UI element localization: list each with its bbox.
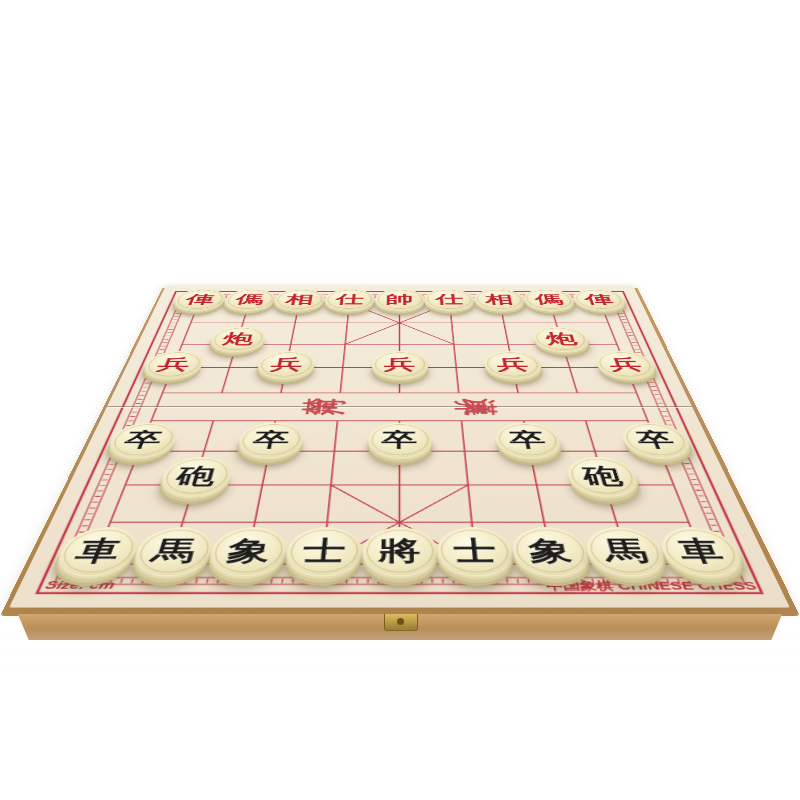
piece-red-soldier[interactable]: 兵 bbox=[371, 351, 428, 378]
piece-character: 卒 bbox=[251, 430, 291, 449]
piece-red-horse[interactable]: 傌 bbox=[522, 289, 578, 310]
piece-black-advisor[interactable]: 士 bbox=[283, 527, 362, 575]
piece-black-soldier[interactable]: 卒 bbox=[235, 423, 305, 457]
piece-black-chariot[interactable]: 車 bbox=[655, 527, 749, 575]
piece-character: 砲 bbox=[174, 465, 219, 487]
piece-character: 俥 bbox=[184, 293, 217, 305]
piece-character: 士 bbox=[453, 537, 498, 564]
piece-black-soldier[interactable]: 卒 bbox=[493, 423, 563, 457]
piece-character: 士 bbox=[302, 537, 347, 564]
piece-character: 象 bbox=[225, 537, 273, 564]
piece-character: 馬 bbox=[600, 537, 650, 564]
piece-character: 馬 bbox=[148, 537, 198, 564]
piece-character: 帥 bbox=[385, 293, 413, 305]
piece-red-chariot[interactable]: 俥 bbox=[171, 289, 229, 310]
piece-black-elephant[interactable]: 象 bbox=[509, 527, 593, 575]
piece-red-chariot[interactable]: 俥 bbox=[570, 289, 628, 310]
piece-red-elephant[interactable]: 相 bbox=[273, 289, 327, 310]
piece-red-soldier[interactable]: 兵 bbox=[592, 351, 659, 378]
piece-character: 卒 bbox=[381, 430, 417, 449]
piece-character: 象 bbox=[526, 537, 574, 564]
piece-black-horse[interactable]: 馬 bbox=[582, 527, 671, 575]
piece-red-soldier[interactable]: 兵 bbox=[482, 351, 543, 378]
piece-red-cannon[interactable]: 炮 bbox=[207, 327, 268, 351]
piece-character: 傌 bbox=[234, 293, 266, 305]
piece-character: 卒 bbox=[634, 430, 678, 449]
piece-black-advisor[interactable]: 士 bbox=[436, 527, 515, 575]
piece-character: 兵 bbox=[155, 357, 193, 372]
piece-character: 車 bbox=[674, 537, 727, 564]
piece-character: 相 bbox=[484, 293, 514, 305]
piece-character: 車 bbox=[72, 537, 125, 564]
piece-black-chariot[interactable]: 車 bbox=[51, 527, 145, 575]
piece-character: 兵 bbox=[269, 357, 304, 372]
piece-character: 炮 bbox=[221, 332, 255, 346]
piece-character: 俥 bbox=[583, 293, 616, 305]
pieces-layer: 俥傌相仕帥仕相傌俥炮炮兵兵兵兵兵卒卒卒卒卒砲砲車馬象士將士象馬車 bbox=[9, 286, 790, 608]
piece-character: 相 bbox=[285, 293, 315, 305]
piece-black-soldier[interactable]: 卒 bbox=[104, 423, 181, 457]
piece-red-soldier[interactable]: 兵 bbox=[140, 351, 207, 378]
piece-black-cannon[interactable]: 砲 bbox=[156, 457, 235, 495]
piece-character: 卒 bbox=[508, 430, 548, 449]
bottom-fade bbox=[0, 628, 800, 698]
piece-black-soldier[interactable]: 卒 bbox=[367, 423, 432, 457]
xiangqi-board: 楚河 漢界 Size: cm 中国象棋 CHINESE CHESS 俥傌相仕帥仕… bbox=[9, 286, 790, 608]
piece-red-advisor[interactable]: 仕 bbox=[424, 289, 475, 310]
piece-black-general[interactable]: 將 bbox=[361, 527, 438, 575]
piece-red-horse[interactable]: 傌 bbox=[222, 289, 278, 310]
piece-black-soldier[interactable]: 卒 bbox=[618, 423, 695, 457]
piece-character: 炮 bbox=[544, 332, 578, 346]
piece-red-cannon[interactable]: 炮 bbox=[531, 327, 592, 351]
piece-character: 仕 bbox=[335, 293, 364, 305]
piece-character: 仕 bbox=[435, 293, 464, 305]
piece-character: 兵 bbox=[495, 357, 530, 372]
piece-character: 砲 bbox=[580, 465, 625, 487]
piece-black-horse[interactable]: 馬 bbox=[128, 527, 217, 575]
piece-black-cannon[interactable]: 砲 bbox=[564, 457, 643, 495]
piece-character: 傌 bbox=[533, 293, 565, 305]
product-photo-scene: 楚河 漢界 Size: cm 中国象棋 CHINESE CHESS 俥傌相仕帥仕… bbox=[0, 0, 800, 800]
piece-black-elephant[interactable]: 象 bbox=[206, 527, 290, 575]
piece-character: 兵 bbox=[606, 357, 644, 372]
piece-red-advisor[interactable]: 仕 bbox=[323, 289, 374, 310]
piece-red-soldier[interactable]: 兵 bbox=[255, 351, 316, 378]
piece-character: 將 bbox=[378, 537, 421, 564]
piece-red-elephant[interactable]: 相 bbox=[473, 289, 527, 310]
piece-character: 卒 bbox=[121, 430, 165, 449]
piece-red-general[interactable]: 帥 bbox=[374, 289, 424, 310]
piece-character: 兵 bbox=[383, 357, 415, 372]
